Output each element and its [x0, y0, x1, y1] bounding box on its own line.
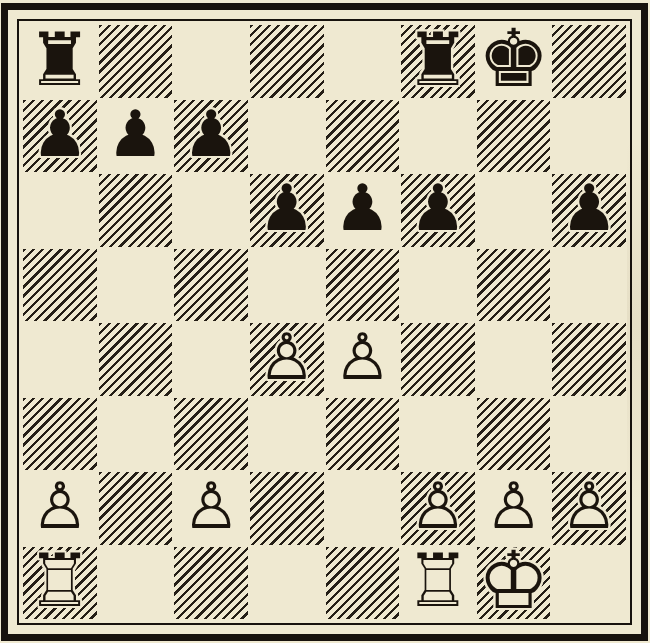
square-e4: ♟♙ [325, 322, 401, 397]
square-a7: ♟♟ [22, 99, 98, 174]
piece-glyph: ♙ [249, 320, 325, 395]
square-c8 [173, 24, 249, 99]
square-c3 [173, 397, 249, 472]
piece-glyph: ♖ [22, 544, 98, 619]
piece-glyph: ♜ [400, 22, 476, 97]
square-b5 [98, 248, 174, 323]
piece-glyph: ♚ [476, 22, 552, 97]
piece-glyph: ♟ [249, 171, 325, 246]
black-pawn: ♟♟ [551, 173, 627, 248]
piece-glyph: ♟ [22, 97, 98, 172]
book-page: ♜♜♜♜♚♚♟♟♟♟♟♟♟♟♟♟♟♟♟♟♟♙♟♙♟♙♟♙♟♙♟♙♟♙♜♖♜♖♚♔ [0, 0, 650, 643]
piece-glyph: ♟ [173, 97, 249, 172]
square-e2 [325, 471, 401, 546]
square-a5 [22, 248, 98, 323]
square-a2: ♟♙ [22, 471, 98, 546]
square-f3 [400, 397, 476, 472]
square-h5 [551, 248, 627, 323]
black-rook: ♜♜ [22, 24, 98, 99]
square-f1: ♜♖ [400, 546, 476, 621]
square-e8 [325, 24, 401, 99]
square-c2: ♟♙ [173, 471, 249, 546]
square-b8 [98, 24, 174, 99]
piece-glyph: ♜ [22, 22, 98, 97]
piece-glyph: ♟ [400, 171, 476, 246]
square-d3 [249, 397, 325, 472]
piece-glyph: ♔ [476, 544, 552, 619]
black-king: ♚♚ [476, 24, 552, 99]
piece-glyph: ♟ [551, 171, 627, 246]
square-g5 [476, 248, 552, 323]
square-f4 [400, 322, 476, 397]
square-a6 [22, 173, 98, 248]
square-g1: ♚♔ [476, 546, 552, 621]
square-g7 [476, 99, 552, 174]
square-d1 [249, 546, 325, 621]
white-pawn: ♟♙ [400, 471, 476, 546]
square-h8 [551, 24, 627, 99]
square-h4 [551, 322, 627, 397]
black-pawn: ♟♟ [400, 173, 476, 248]
square-b1 [98, 546, 174, 621]
black-pawn: ♟♟ [249, 173, 325, 248]
square-h7 [551, 99, 627, 174]
square-f8: ♜♜ [400, 24, 476, 99]
square-d5 [249, 248, 325, 323]
square-c5 [173, 248, 249, 323]
square-f5 [400, 248, 476, 323]
square-d2 [249, 471, 325, 546]
black-pawn: ♟♟ [173, 99, 249, 174]
white-king: ♚♔ [476, 546, 552, 621]
white-pawn: ♟♙ [551, 471, 627, 546]
square-c4 [173, 322, 249, 397]
white-pawn: ♟♙ [325, 322, 401, 397]
square-e3 [325, 397, 401, 472]
piece-glyph: ♙ [400, 469, 476, 544]
square-b4 [98, 322, 174, 397]
piece-glyph: ♟ [98, 97, 174, 172]
square-e7 [325, 99, 401, 174]
square-b2 [98, 471, 174, 546]
square-e1 [325, 546, 401, 621]
black-pawn: ♟♟ [325, 173, 401, 248]
piece-glyph: ♙ [551, 469, 627, 544]
square-c7: ♟♟ [173, 99, 249, 174]
white-pawn: ♟♙ [22, 471, 98, 546]
square-h2: ♟♙ [551, 471, 627, 546]
white-rook: ♜♖ [22, 546, 98, 621]
square-f7 [400, 99, 476, 174]
square-a8: ♜♜ [22, 24, 98, 99]
square-h1 [551, 546, 627, 621]
square-d4: ♟♙ [249, 322, 325, 397]
square-d6: ♟♟ [249, 173, 325, 248]
square-g4 [476, 322, 552, 397]
square-b7: ♟♟ [98, 99, 174, 174]
square-e5 [325, 248, 401, 323]
square-a1: ♜♖ [22, 546, 98, 621]
square-a3 [22, 397, 98, 472]
square-g6 [476, 173, 552, 248]
board-outer-frame: ♜♜♜♜♚♚♟♟♟♟♟♟♟♟♟♟♟♟♟♟♟♙♟♙♟♙♟♙♟♙♟♙♟♙♜♖♜♖♚♔ [1, 3, 648, 641]
square-a4 [22, 322, 98, 397]
piece-glyph: ♖ [400, 544, 476, 619]
piece-glyph: ♙ [325, 320, 401, 395]
piece-glyph: ♙ [22, 469, 98, 544]
square-c1 [173, 546, 249, 621]
square-c6 [173, 173, 249, 248]
square-d7 [249, 99, 325, 174]
square-b6 [98, 173, 174, 248]
piece-glyph: ♟ [325, 171, 401, 246]
square-d8 [249, 24, 325, 99]
square-b3 [98, 397, 174, 472]
black-pawn: ♟♟ [22, 99, 98, 174]
board-inner-frame: ♜♜♜♜♚♚♟♟♟♟♟♟♟♟♟♟♟♟♟♟♟♙♟♙♟♙♟♙♟♙♟♙♟♙♜♖♜♖♚♔ [17, 19, 632, 625]
black-pawn: ♟♟ [98, 99, 174, 174]
white-pawn: ♟♙ [249, 322, 325, 397]
piece-glyph: ♙ [476, 469, 552, 544]
white-rook: ♜♖ [400, 546, 476, 621]
white-pawn: ♟♙ [173, 471, 249, 546]
square-f6: ♟♟ [400, 173, 476, 248]
black-rook: ♜♜ [400, 24, 476, 99]
square-g8: ♚♚ [476, 24, 552, 99]
piece-glyph: ♙ [173, 469, 249, 544]
square-f2: ♟♙ [400, 471, 476, 546]
square-h6: ♟♟ [551, 173, 627, 248]
chess-board: ♜♜♜♜♚♚♟♟♟♟♟♟♟♟♟♟♟♟♟♟♟♙♟♙♟♙♟♙♟♙♟♙♟♙♜♖♜♖♚♔ [22, 24, 627, 620]
square-e6: ♟♟ [325, 173, 401, 248]
square-g3 [476, 397, 552, 472]
square-h3 [551, 397, 627, 472]
